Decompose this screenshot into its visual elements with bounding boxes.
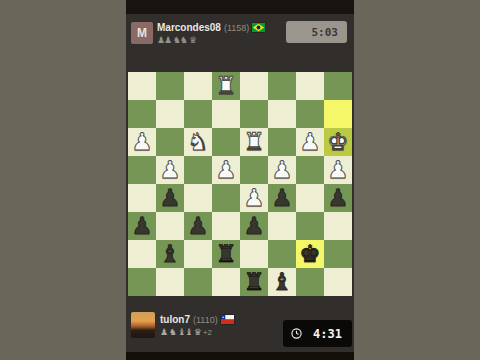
square-b1[interactable]: [296, 72, 324, 100]
square-h2[interactable]: [128, 100, 156, 128]
piece-black-king: ♚: [299, 240, 321, 268]
square-d7[interactable]: [240, 240, 268, 268]
square-f7[interactable]: [184, 240, 212, 268]
square-b8[interactable]: [296, 268, 324, 296]
clock-icon: [291, 328, 302, 339]
piece-black-pawn: ♟: [271, 184, 293, 212]
square-h4[interactable]: [128, 156, 156, 184]
square-h3[interactable]: ♟: [128, 128, 156, 156]
square-c2[interactable]: [268, 100, 296, 128]
square-e1[interactable]: ♜: [212, 72, 240, 100]
opponent-name-line: Marcondes08 (1158): [157, 22, 265, 33]
square-b7[interactable]: ♚: [296, 240, 324, 268]
opponent-clock-time: 5:03: [312, 26, 339, 39]
bottom-bar: [126, 352, 354, 360]
square-f6[interactable]: ♟: [184, 212, 212, 240]
square-h7[interactable]: [128, 240, 156, 268]
piece-black-pawn: ♟: [187, 212, 209, 240]
square-f3[interactable]: ♞: [184, 128, 212, 156]
square-b4[interactable]: [296, 156, 324, 184]
square-g5[interactable]: ♟: [156, 184, 184, 212]
square-f2[interactable]: [184, 100, 212, 128]
piece-white-pawn: ♟: [327, 156, 349, 184]
square-b5[interactable]: [296, 184, 324, 212]
square-d8[interactable]: ♜: [240, 268, 268, 296]
opponent-rating: (1158): [224, 23, 249, 33]
square-h1[interactable]: [128, 72, 156, 100]
square-f1[interactable]: [184, 72, 212, 100]
square-b2[interactable]: [296, 100, 324, 128]
piece-black-pawn: ♟: [159, 184, 181, 212]
square-e3[interactable]: [212, 128, 240, 156]
status-bar: [126, 0, 354, 14]
square-c1[interactable]: [268, 72, 296, 100]
square-a3[interactable]: ♚: [324, 128, 352, 156]
piece-black-rook: ♜: [243, 268, 265, 296]
piece-black-bishop: ♝: [271, 268, 293, 296]
square-d4[interactable]: [240, 156, 268, 184]
piece-white-pawn: ♟: [299, 128, 321, 156]
brazil-flag-icon: [252, 23, 265, 32]
avatar-letter: M: [137, 26, 147, 40]
square-a6[interactable]: [324, 212, 352, 240]
square-b6[interactable]: [296, 212, 324, 240]
player-captured-pieces: ♟ ♞ ♝♝ ♛+2: [160, 327, 212, 337]
chile-flag-icon: [221, 315, 234, 324]
square-c4[interactable]: ♟: [268, 156, 296, 184]
player-captured-glyphs: ♟ ♞ ♝♝ ♛: [160, 327, 201, 337]
player-clock-time: 4:31: [313, 327, 342, 341]
piece-white-rook: ♜: [243, 128, 265, 156]
piece-white-pawn: ♟: [243, 184, 265, 212]
piece-white-pawn: ♟: [131, 128, 153, 156]
video-frame: M Marcondes08 (1158) ♟♟ ♞♞ ♛ 5:03 ♜♟♞♜♟♚…: [0, 0, 480, 360]
square-g4[interactable]: ♟: [156, 156, 184, 184]
square-h8[interactable]: [128, 268, 156, 296]
square-h5[interactable]: [128, 184, 156, 212]
chess-app-screen: M Marcondes08 (1158) ♟♟ ♞♞ ♛ 5:03 ♜♟♞♜♟♚…: [126, 0, 354, 360]
piece-black-pawn: ♟: [131, 212, 153, 240]
square-a5[interactable]: ♟: [324, 184, 352, 212]
piece-black-pawn: ♟: [327, 184, 349, 212]
player-name-line: tulon7 (1110): [160, 314, 234, 325]
square-g1[interactable]: [156, 72, 184, 100]
square-g6[interactable]: [156, 212, 184, 240]
square-a7[interactable]: [324, 240, 352, 268]
square-a8[interactable]: [324, 268, 352, 296]
square-g3[interactable]: [156, 128, 184, 156]
piece-white-pawn: ♟: [271, 156, 293, 184]
square-c6[interactable]: [268, 212, 296, 240]
square-f4[interactable]: [184, 156, 212, 184]
square-e6[interactable]: [212, 212, 240, 240]
piece-white-rook: ♜: [215, 72, 237, 100]
player-rating: (1110): [193, 315, 218, 325]
square-e5[interactable]: [212, 184, 240, 212]
piece-black-pawn: ♟: [243, 212, 265, 240]
square-d2[interactable]: [240, 100, 268, 128]
square-g2[interactable]: [156, 100, 184, 128]
square-h6[interactable]: ♟: [128, 212, 156, 240]
square-d5[interactable]: ♟: [240, 184, 268, 212]
square-c5[interactable]: ♟: [268, 184, 296, 212]
material-score: +2: [203, 328, 212, 337]
square-d1[interactable]: [240, 72, 268, 100]
square-f5[interactable]: [184, 184, 212, 212]
square-g7[interactable]: ♝: [156, 240, 184, 268]
square-e4[interactable]: ♟: [212, 156, 240, 184]
player-clock: 4:31: [283, 320, 352, 347]
square-a4[interactable]: ♟: [324, 156, 352, 184]
square-g8[interactable]: [156, 268, 184, 296]
piece-white-knight: ♞: [187, 128, 209, 156]
piece-white-king: ♚: [327, 128, 349, 156]
piece-black-rook: ♜: [215, 240, 237, 268]
square-d6[interactable]: ♟: [240, 212, 268, 240]
opponent-name[interactable]: Marcondes08: [157, 22, 221, 33]
opponent-clock: 5:03: [286, 21, 347, 43]
opponent-avatar[interactable]: M: [131, 22, 153, 44]
player-avatar[interactable]: [131, 312, 155, 338]
square-a2[interactable]: [324, 100, 352, 128]
opponent-captured-pieces: ♟♟ ♞♞ ♛: [157, 35, 196, 45]
piece-black-bishop: ♝: [159, 240, 181, 268]
square-d3[interactable]: ♜: [240, 128, 268, 156]
square-f8[interactable]: [184, 268, 212, 296]
square-c8[interactable]: ♝: [268, 268, 296, 296]
square-b3[interactable]: ♟: [296, 128, 324, 156]
square-e7[interactable]: ♜: [212, 240, 240, 268]
square-c7[interactable]: [268, 240, 296, 268]
player-name[interactable]: tulon7: [160, 314, 190, 325]
chess-board[interactable]: ♜♟♞♜♟♚♟♟♟♟♟♟♟♟♟♟♟♝♜♚♜♝: [128, 72, 352, 296]
square-e8[interactable]: [212, 268, 240, 296]
square-a1[interactable]: [324, 72, 352, 100]
piece-white-pawn: ♟: [215, 156, 237, 184]
piece-white-pawn: ♟: [159, 156, 181, 184]
square-c3[interactable]: [268, 128, 296, 156]
square-e2[interactable]: [212, 100, 240, 128]
